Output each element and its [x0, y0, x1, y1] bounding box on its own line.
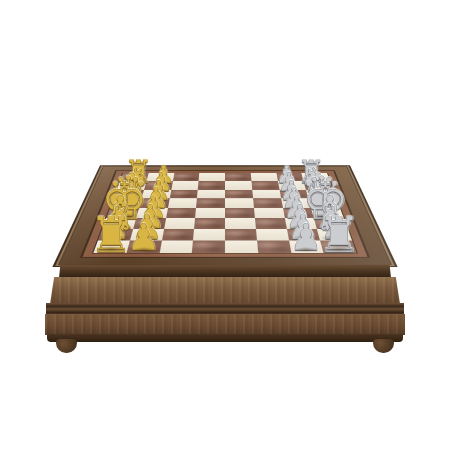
chess-set-photo: ♜♟♟♜♞♟♟♞♝♟♟♝♛♟♟♛♚♟♟♚♝♟♟♝♞♟♟♞♜♟♟♜	[0, 0, 450, 450]
square-d4[interactable]	[196, 198, 225, 208]
square-a4[interactable]	[199, 173, 225, 181]
square-g4[interactable]	[193, 229, 225, 241]
board-front-edge	[59, 265, 391, 278]
bun-foot-left	[56, 339, 77, 353]
base-crown-molding	[50, 277, 400, 304]
piece-silver-pawn-h7[interactable]: ♟	[288, 220, 325, 257]
base-lower-band	[45, 314, 405, 335]
bun-foot-right	[373, 339, 394, 353]
square-c4[interactable]	[197, 190, 225, 199]
base-bottom-edge	[47, 334, 403, 342]
square-h4[interactable]	[192, 241, 225, 253]
square-b4[interactable]	[198, 181, 225, 189]
square-h5[interactable]	[225, 241, 258, 253]
square-b5[interactable]	[225, 181, 252, 189]
square-a6[interactable]	[251, 173, 278, 181]
square-e5[interactable]	[225, 208, 255, 218]
piece-gold-rook-h1[interactable]: ♜	[87, 211, 135, 259]
square-d5[interactable]	[225, 198, 254, 208]
square-a3[interactable]	[173, 173, 200, 181]
square-c5[interactable]	[225, 190, 253, 199]
square-a5[interactable]	[225, 173, 251, 181]
square-f5[interactable]	[225, 218, 256, 229]
square-g5[interactable]	[225, 229, 257, 241]
square-e4[interactable]	[195, 208, 225, 218]
square-f4[interactable]	[194, 218, 225, 229]
